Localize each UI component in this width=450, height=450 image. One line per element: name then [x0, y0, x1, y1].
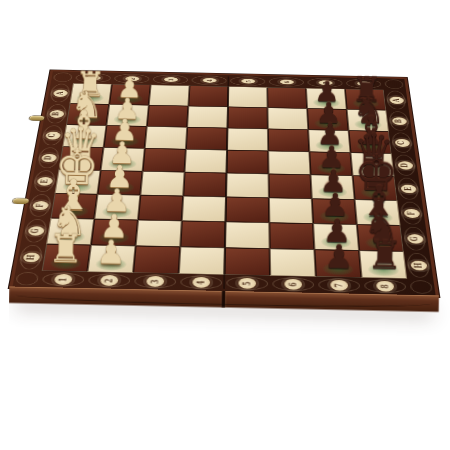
file-label-top-4: 4 — [190, 74, 229, 86]
square-c4[interactable] — [186, 127, 228, 150]
coordinate-text: 7 — [322, 82, 329, 84]
coordinate-medallion: 7 — [330, 280, 348, 291]
coordinate-text: 4 — [206, 79, 213, 81]
coordinate-medallion: 6 — [284, 279, 302, 290]
coordinate-medallion: 4 — [192, 277, 210, 288]
file-label-top-5: 5 — [228, 75, 267, 87]
coordinate-text: B — [52, 112, 61, 116]
square-e4[interactable] — [183, 172, 226, 197]
perspective-wrapper: 12345678A♜♟♟♜AB♞♟♟♞BC♝♟♟♝CD♛♟♟♛DE♚♟♟♚EF♝… — [0, 0, 450, 450]
square-g5[interactable] — [225, 222, 270, 249]
frame-corner-ornament — [13, 270, 42, 287]
file-label-bottom-3: 3 — [132, 273, 179, 290]
coordinate-text: 1 — [90, 77, 97, 79]
file-label-bottom-7: 7 — [316, 277, 363, 294]
square-a4[interactable] — [188, 86, 228, 107]
file-label-bottom-4: 4 — [178, 274, 225, 291]
brass-clasp-icon — [13, 198, 29, 204]
coordinate-medallion: 5 — [241, 79, 255, 84]
piece-white-pawn[interactable]: ♟ — [73, 236, 150, 270]
square-g4[interactable] — [180, 221, 225, 248]
coordinate-medallion: 8 — [376, 281, 395, 292]
square-a5[interactable] — [228, 86, 268, 107]
coordinate-text: B — [394, 119, 403, 123]
square-h2[interactable]: ♟ — [87, 245, 135, 273]
coordinate-text: 8 — [380, 284, 390, 288]
coordinate-medallion: 3 — [163, 77, 177, 82]
square-b4[interactable] — [187, 106, 228, 128]
square-f5[interactable] — [226, 197, 270, 223]
square-h5[interactable] — [224, 248, 270, 276]
coordinate-medallion: 2 — [100, 275, 119, 286]
camera-tilt: 12345678A♜♟♟♜AB♞♟♟♞BC♝♟♟♝CD♛♟♟♛DE♚♟♟♚EF♝… — [0, 0, 450, 450]
piece-black-rook[interactable]: ♜ — [346, 235, 423, 276]
coordinate-text: 3 — [167, 78, 174, 80]
brass-clasp-icon — [29, 116, 44, 121]
file-label-bottom-5: 5 — [224, 275, 270, 292]
coordinate-text: 2 — [129, 78, 136, 80]
square-c5[interactable] — [227, 128, 268, 151]
coordinate-text: 5 — [242, 281, 252, 285]
coordinate-medallion: 6 — [279, 79, 293, 84]
file-label-bottom-8: 8 — [361, 278, 409, 295]
square-h4[interactable] — [179, 247, 225, 275]
coordinate-text: 6 — [283, 81, 290, 83]
coordinate-medallion: 5 — [238, 278, 256, 289]
coordinate-text: 4 — [196, 280, 206, 284]
coordinate-text: 2 — [104, 278, 114, 282]
coordinate-medallion: 3 — [146, 276, 164, 287]
chess-set-photo: 12345678A♜♟♟♜AB♞♟♟♞BC♝♟♟♝CD♛♟♟♛DE♚♟♟♚EF♝… — [0, 0, 450, 450]
coordinate-text: 8 — [360, 82, 367, 84]
coordinate-text: 3 — [150, 279, 160, 283]
square-b5[interactable] — [228, 107, 268, 129]
coordinate-medallion: 1 — [54, 274, 73, 285]
chess-board: 12345678A♜♟♟♜AB♞♟♟♞BC♝♟♟♝CD♛♟♟♛DE♚♟♟♚EF♝… — [9, 70, 439, 297]
square-d4[interactable] — [185, 149, 227, 173]
coordinate-medallion: 4 — [202, 78, 216, 83]
file-label-bottom-2: 2 — [85, 272, 133, 289]
coordinate-text: 6 — [288, 282, 298, 286]
frame-corner-ornament — [407, 279, 435, 296]
file-label-bottom-1: 1 — [39, 271, 87, 288]
square-h8[interactable]: ♜ — [359, 251, 407, 279]
coordinate-text: A — [392, 98, 401, 102]
coordinate-text: 7 — [334, 283, 344, 287]
square-e5[interactable] — [226, 173, 269, 198]
square-d5[interactable] — [227, 150, 269, 174]
coordinate-text: 1 — [58, 277, 68, 281]
coordinate-text: 5 — [245, 80, 251, 82]
file-label-bottom-6: 6 — [270, 276, 317, 293]
coordinate-text: A — [56, 91, 65, 95]
square-f4[interactable] — [182, 196, 226, 222]
